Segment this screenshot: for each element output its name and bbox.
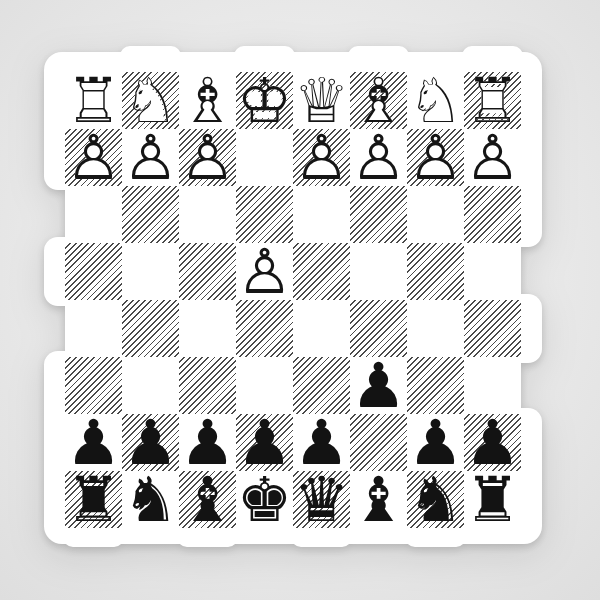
square-a2: ♟♙ [464, 129, 521, 186]
white-pawn: ♟♙ [179, 129, 236, 186]
black-king: ♚ [236, 471, 293, 528]
piece-glyph: ♚ [236, 471, 293, 528]
black-knight: ♞ [122, 471, 179, 528]
square-h3 [65, 186, 122, 243]
piece-outline: ♙ [122, 129, 179, 186]
square-e4: ♟♙ [236, 243, 293, 300]
piece-glyph: ♛ [293, 471, 350, 528]
white-pawn: ♟♙ [407, 129, 464, 186]
square-c8: ♝ [350, 471, 407, 528]
piece-glyph: ♞ [122, 471, 179, 528]
square-h5 [65, 300, 122, 357]
square-g5 [122, 300, 179, 357]
square-f2: ♟♙ [179, 129, 236, 186]
square-e8: ♚ [236, 471, 293, 528]
piece-outline: ♙ [293, 129, 350, 186]
square-a4 [464, 243, 521, 300]
square-f5 [179, 300, 236, 357]
square-g4 [122, 243, 179, 300]
chess-board: ♜♖♞♘♝♗♚♔♛♕♝♗♞♘♜♖♟♙♟♙♟♙♟♙♟♙♟♙♟♙♟♙♟♟♟♟♟♟♟♟… [65, 72, 521, 528]
black-pawn: ♟ [350, 357, 407, 414]
white-king: ♚♔ [236, 72, 293, 129]
black-rook: ♜ [65, 471, 122, 528]
white-pawn: ♟♙ [293, 129, 350, 186]
piece-outline: ♙ [350, 129, 407, 186]
square-e5 [236, 300, 293, 357]
square-b3 [407, 186, 464, 243]
square-d5 [293, 300, 350, 357]
white-pawn: ♟♙ [122, 129, 179, 186]
square-b4 [407, 243, 464, 300]
square-c4 [350, 243, 407, 300]
square-f3 [179, 186, 236, 243]
black-rook: ♜ [464, 471, 521, 528]
white-pawn: ♟♙ [236, 243, 293, 300]
square-b5 [407, 300, 464, 357]
white-pawn: ♟♙ [350, 129, 407, 186]
white-pawn: ♟♙ [464, 129, 521, 186]
sticker-product-image: ♜♖♞♘♝♗♚♔♛♕♝♗♞♘♜♖♟♙♟♙♟♙♟♙♟♙♟♙♟♙♟♙♟♟♟♟♟♟♟♟… [0, 0, 600, 600]
square-a5 [464, 300, 521, 357]
piece-glyph: ♟ [350, 357, 407, 414]
square-c6: ♟ [350, 357, 407, 414]
white-pawn: ♟♙ [65, 129, 122, 186]
piece-glyph: ♞ [407, 471, 464, 528]
square-h8: ♜ [65, 471, 122, 528]
square-b8: ♞ [407, 471, 464, 528]
square-c3 [350, 186, 407, 243]
black-bishop: ♝ [350, 471, 407, 528]
square-h4 [65, 243, 122, 300]
square-f4 [179, 243, 236, 300]
piece-outline: ♙ [65, 129, 122, 186]
square-c2: ♟♙ [350, 129, 407, 186]
square-d8: ♛ [293, 471, 350, 528]
black-knight: ♞ [407, 471, 464, 528]
piece-glyph: ♝ [179, 471, 236, 528]
square-d4 [293, 243, 350, 300]
square-g2: ♟♙ [122, 129, 179, 186]
piece-outline: ♙ [407, 129, 464, 186]
piece-outline: ♙ [464, 129, 521, 186]
piece-outline: ♙ [236, 243, 293, 300]
black-queen: ♛ [293, 471, 350, 528]
square-g3 [122, 186, 179, 243]
black-bishop: ♝ [179, 471, 236, 528]
square-d2: ♟♙ [293, 129, 350, 186]
square-a3 [464, 186, 521, 243]
piece-outline: ♙ [179, 129, 236, 186]
square-h2: ♟♙ [65, 129, 122, 186]
piece-glyph: ♝ [350, 471, 407, 528]
piece-glyph: ♜ [65, 471, 122, 528]
square-e1: ♚♔ [236, 72, 293, 129]
square-a8: ♜ [464, 471, 521, 528]
square-f8: ♝ [179, 471, 236, 528]
square-e2 [236, 129, 293, 186]
square-b2: ♟♙ [407, 129, 464, 186]
piece-outline: ♔ [236, 72, 293, 129]
square-g8: ♞ [122, 471, 179, 528]
square-d3 [293, 186, 350, 243]
piece-glyph: ♜ [464, 471, 521, 528]
